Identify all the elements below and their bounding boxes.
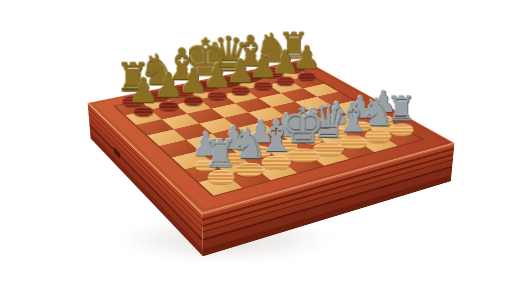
piece-brass-bishop: ♝ [165, 25, 199, 96]
piece-silver-pawn: ♟ [342, 54, 379, 132]
piece-brass-rook: ♜ [115, 34, 150, 107]
brass-knight-glyph: ♞ [138, 51, 176, 92]
brass-rook-glyph: ♜ [277, 29, 309, 63]
board-stage: ♜♞♝♚♛♝♞♜♟♟♟♟♟♟♟♟♟♟♟♟♟♟♟♟♜♞♝♚♛♝♞♜ [128, 0, 396, 256]
brass-bishop-glyph: ♝ [232, 32, 270, 72]
product-photo-scene: ♜♞♝♚♛♝♞♜♟♟♟♟♟♟♟♟♟♟♟♟♟♟♟♟♜♞♝♚♛♝♞♜ [0, 0, 510, 301]
piece-base [283, 63, 303, 74]
piece-brass-bishop: ♝ [234, 14, 267, 83]
chess-box-top: ♜♞♝♚♛♝♞♜♟♟♟♟♟♟♟♟♟♟♟♟♟♟♟♟♜♞♝♚♛♝♞♜ [88, 59, 455, 213]
piece-brass-rook: ♜ [278, 6, 310, 73]
piece-brass-queen: ♛ [212, 17, 245, 87]
piece-brass-knight: ♞ [256, 10, 288, 78]
drawer-notch [114, 147, 120, 159]
brass-king-glyph: ♚ [182, 33, 228, 81]
brass-rook-glyph: ♜ [115, 59, 150, 97]
brass-knight-glyph: ♞ [254, 30, 290, 68]
piece-brass-king: ♚ [189, 21, 222, 91]
silver-rook-glyph: ♜ [386, 92, 417, 125]
brass-bishop-glyph: ♝ [162, 44, 202, 86]
piece-brass-knight: ♞ [140, 29, 174, 101]
brass-queen-glyph: ♛ [207, 32, 250, 77]
